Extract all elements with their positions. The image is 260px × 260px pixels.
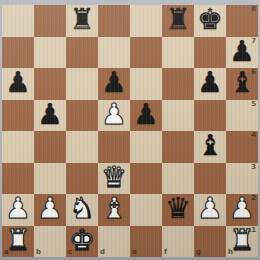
square-d4[interactable] (98, 131, 130, 163)
square-b8[interactable] (34, 5, 66, 37)
black-king[interactable]: ♚ (197, 5, 223, 34)
square-c7[interactable] (66, 37, 98, 69)
square-b5[interactable]: ♟ (34, 100, 66, 132)
square-f4[interactable] (162, 131, 194, 163)
file-label-h: h (228, 248, 233, 256)
square-c6[interactable] (66, 68, 98, 100)
square-e8[interactable] (130, 5, 162, 37)
square-h5[interactable]: 5 (226, 100, 258, 132)
square-e5[interactable]: ♟ (130, 100, 162, 132)
file-label-f: f (164, 248, 167, 256)
rank-label-6: 6 (251, 68, 256, 76)
white-pawn[interactable]: ♟ (197, 194, 223, 223)
file-label-d: d (100, 248, 105, 256)
square-g5[interactable] (194, 100, 226, 132)
white-queen[interactable]: ♛ (101, 163, 127, 192)
chess-board: ♜♜♚8♟7♟♟♟♝6♟♟♟5♝4♛3♟♟♞♝♛♟♟2♜ab♚cdefg♜1h (2, 5, 258, 257)
square-b7[interactable] (34, 37, 66, 69)
white-king[interactable]: ♚ (69, 226, 95, 255)
white-pawn[interactable]: ♟ (101, 100, 127, 129)
black-rook[interactable]: ♜ (165, 5, 191, 34)
rank-label-2: 2 (251, 194, 256, 202)
square-c5[interactable] (66, 100, 98, 132)
square-d1[interactable]: d (98, 226, 130, 258)
square-d7[interactable] (98, 37, 130, 69)
square-f1[interactable]: f (162, 226, 194, 258)
square-e7[interactable] (130, 37, 162, 69)
file-label-e: e (132, 248, 137, 256)
white-bishop[interactable]: ♝ (101, 194, 127, 223)
square-b3[interactable] (34, 163, 66, 195)
file-label-g: g (196, 248, 201, 256)
black-pawn[interactable]: ♟ (5, 68, 31, 97)
square-f2[interactable]: ♛ (162, 194, 194, 226)
square-h6[interactable]: ♝6 (226, 68, 258, 100)
square-e6[interactable] (130, 68, 162, 100)
square-d3[interactable]: ♛ (98, 163, 130, 195)
square-c8[interactable]: ♜ (66, 5, 98, 37)
square-g1[interactable]: g (194, 226, 226, 258)
black-pawn[interactable]: ♟ (133, 100, 159, 129)
square-e4[interactable] (130, 131, 162, 163)
white-knight[interactable]: ♞ (69, 194, 95, 223)
square-h1[interactable]: ♜1h (226, 226, 258, 258)
square-f6[interactable] (162, 68, 194, 100)
square-b1[interactable]: b (34, 226, 66, 258)
square-a3[interactable] (2, 163, 34, 195)
square-g6[interactable]: ♟ (194, 68, 226, 100)
square-b4[interactable] (34, 131, 66, 163)
black-bishop[interactable]: ♝ (197, 131, 223, 160)
square-a5[interactable] (2, 100, 34, 132)
square-h8[interactable]: 8 (226, 5, 258, 37)
square-f8[interactable]: ♜ (162, 5, 194, 37)
square-c1[interactable]: ♚c (66, 226, 98, 258)
black-pawn[interactable]: ♟ (101, 68, 127, 97)
square-g7[interactable] (194, 37, 226, 69)
black-pawn[interactable]: ♟ (197, 68, 223, 97)
rank-label-7: 7 (251, 37, 256, 45)
black-queen[interactable]: ♛ (165, 194, 191, 223)
square-h3[interactable]: 3 (226, 163, 258, 195)
square-f3[interactable] (162, 163, 194, 195)
square-f5[interactable] (162, 100, 194, 132)
square-a4[interactable] (2, 131, 34, 163)
square-d8[interactable] (98, 5, 130, 37)
white-pawn[interactable]: ♟ (5, 194, 31, 223)
black-rook[interactable]: ♜ (69, 5, 95, 34)
file-label-c: c (68, 248, 72, 256)
square-c4[interactable] (66, 131, 98, 163)
square-a1[interactable]: ♜a (2, 226, 34, 258)
square-c3[interactable] (66, 163, 98, 195)
white-pawn[interactable]: ♟ (37, 194, 63, 223)
square-h2[interactable]: ♟2 (226, 194, 258, 226)
square-d5[interactable]: ♟ (98, 100, 130, 132)
square-g8[interactable]: ♚ (194, 5, 226, 37)
square-e1[interactable]: e (130, 226, 162, 258)
black-pawn[interactable]: ♟ (37, 100, 63, 129)
square-g4[interactable]: ♝ (194, 131, 226, 163)
square-h4[interactable]: 4 (226, 131, 258, 163)
square-d6[interactable]: ♟ (98, 68, 130, 100)
square-b6[interactable] (34, 68, 66, 100)
square-a8[interactable] (2, 5, 34, 37)
square-e2[interactable] (130, 194, 162, 226)
square-g3[interactable] (194, 163, 226, 195)
square-d2[interactable]: ♝ (98, 194, 130, 226)
square-e3[interactable] (130, 163, 162, 195)
square-a7[interactable] (2, 37, 34, 69)
file-label-b: b (36, 248, 41, 256)
rank-label-3: 3 (251, 163, 256, 171)
square-f7[interactable] (162, 37, 194, 69)
rank-label-4: 4 (251, 131, 256, 139)
square-c2[interactable]: ♞ (66, 194, 98, 226)
rank-label-5: 5 (251, 100, 256, 108)
square-g2[interactable]: ♟ (194, 194, 226, 226)
rank-label-1: 1 (251, 226, 256, 234)
square-b2[interactable]: ♟ (34, 194, 66, 226)
file-label-a: a (4, 248, 9, 256)
square-a6[interactable]: ♟ (2, 68, 34, 100)
screen: ♜♜♚8♟7♟♟♟♝6♟♟♟5♝4♛3♟♟♞♝♛♟♟2♜ab♚cdefg♜1h (0, 0, 260, 260)
square-a2[interactable]: ♟ (2, 194, 34, 226)
square-h7[interactable]: ♟7 (226, 37, 258, 69)
rank-label-8: 8 (251, 5, 256, 13)
